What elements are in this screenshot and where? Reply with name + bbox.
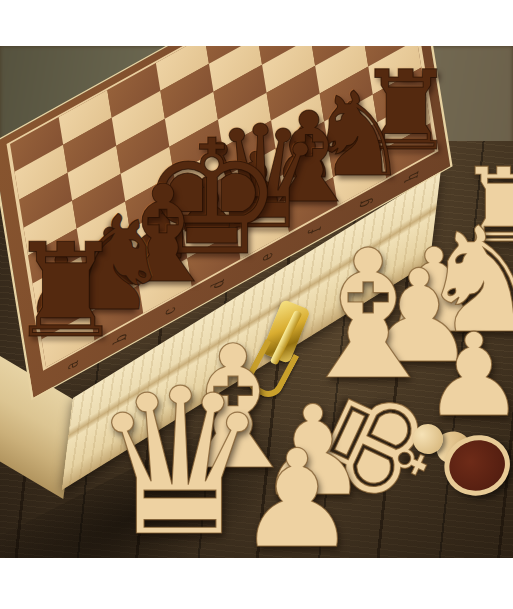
piece-light-pawn: ♟ — [236, 432, 357, 558]
product-photo: abcdefgh ♟♜♟♞♟♝♟♛♜♟♚♟♝♟♞♟♞♜♟♝♟♚♝♟♛♟ — [0, 46, 513, 558]
piece-dark-rook: ♜ — [7, 226, 124, 356]
screenshot: abcdefgh ♟♜♟♞♟♝♟♛♜♟♚♟♝♟♞♟♞♜♟♝♟♚♝♟♛♟ — [0, 0, 513, 609]
bottom-white-margin — [0, 558, 513, 609]
top-white-margin — [0, 0, 513, 46]
